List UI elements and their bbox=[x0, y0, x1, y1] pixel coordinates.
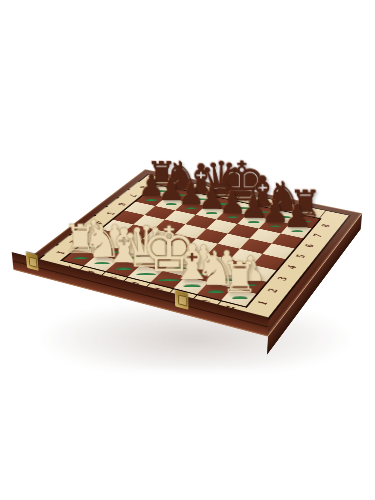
brass-clasp bbox=[174, 290, 187, 310]
product-photo: ABCDEFGH 87654321 87654321 ABCDEFGH ♜♞♝♛… bbox=[0, 0, 375, 500]
white-rook-glyph: ♜ bbox=[221, 256, 259, 298]
brass-clasp bbox=[25, 252, 38, 271]
scene: ABCDEFGH 87654321 87654321 ABCDEFGH ♜♞♝♛… bbox=[0, 0, 375, 500]
chess-board: ABCDEFGH 87654321 87654321 ABCDEFGH ♜♞♝♛… bbox=[13, 169, 362, 336]
